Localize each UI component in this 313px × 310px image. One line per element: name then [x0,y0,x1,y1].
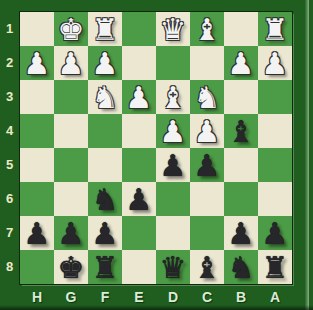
square-f8[interactable]: ♜ [88,250,122,284]
square-d3[interactable]: ♝ [156,80,190,114]
square-c5[interactable]: ♟ [190,148,224,182]
white-rook-a1[interactable]: ♜ [262,13,289,47]
square-g6[interactable] [54,182,88,216]
square-d6[interactable] [156,182,190,216]
square-a6[interactable] [258,182,292,216]
white-king-g1[interactable]: ♚ [58,13,85,47]
square-h8[interactable] [20,250,54,284]
white-pawn-d4[interactable]: ♟ [160,115,187,149]
square-d8[interactable]: ♛ [156,250,190,284]
chess-board: ♚♜♛♝♜♟♟♟♟♟♞♟♝♞♟♟♝♟♟♞♟♟♟♟♟♟♚♜♛♝♞♜ [20,12,292,284]
white-rook-f1[interactable]: ♜ [92,13,119,47]
black-pawn-a7[interactable]: ♟ [262,217,289,251]
square-a4[interactable] [258,114,292,148]
black-pawn-h7[interactable]: ♟ [24,217,51,251]
square-f6[interactable]: ♞ [88,182,122,216]
white-pawn-e3[interactable]: ♟ [126,81,153,115]
frame-right-highlight [305,0,309,310]
white-bishop-c1[interactable]: ♝ [194,13,221,47]
square-d4[interactable]: ♟ [156,114,190,148]
rank-label-6: 6 [0,182,19,216]
square-b8[interactable]: ♞ [224,250,258,284]
square-f3[interactable]: ♞ [88,80,122,114]
rank-label-5: 5 [0,148,19,182]
square-g5[interactable] [54,148,88,182]
rank-label-4: 4 [0,114,19,148]
black-queen-d8[interactable]: ♛ [160,251,187,285]
square-c8[interactable]: ♝ [190,250,224,284]
square-h3[interactable] [20,80,54,114]
square-f5[interactable] [88,148,122,182]
white-pawn-b2[interactable]: ♟ [228,47,255,81]
square-a7[interactable]: ♟ [258,216,292,250]
square-f2[interactable]: ♟ [88,46,122,80]
square-f1[interactable]: ♜ [88,12,122,46]
square-c1[interactable]: ♝ [190,12,224,46]
black-pawn-c5[interactable]: ♟ [194,149,221,183]
file-label-g: G [54,287,88,307]
file-label-e: E [122,287,156,307]
square-e8[interactable] [122,250,156,284]
square-b1[interactable] [224,12,258,46]
rank-label-2: 2 [0,46,19,80]
square-h4[interactable] [20,114,54,148]
square-e1[interactable] [122,12,156,46]
square-g1[interactable]: ♚ [54,12,88,46]
square-b6[interactable] [224,182,258,216]
black-pawn-f7[interactable]: ♟ [92,217,119,251]
square-b2[interactable]: ♟ [224,46,258,80]
square-c2[interactable] [190,46,224,80]
square-b3[interactable] [224,80,258,114]
black-pawn-d5[interactable]: ♟ [160,149,187,183]
square-a1[interactable]: ♜ [258,12,292,46]
square-e5[interactable] [122,148,156,182]
square-b7[interactable]: ♟ [224,216,258,250]
white-queen-d1[interactable]: ♛ [160,13,187,47]
white-pawn-c4[interactable]: ♟ [194,115,221,149]
square-a2[interactable]: ♟ [258,46,292,80]
square-c6[interactable] [190,182,224,216]
file-label-b: B [224,287,258,307]
rank-label-1: 1 [0,12,19,46]
square-e7[interactable] [122,216,156,250]
square-b5[interactable] [224,148,258,182]
square-g4[interactable] [54,114,88,148]
white-pawn-f2[interactable]: ♟ [92,47,119,81]
square-h2[interactable]: ♟ [20,46,54,80]
rank-labels: 12345678 [0,12,20,284]
file-label-c: C [190,287,224,307]
square-g8[interactable]: ♚ [54,250,88,284]
black-pawn-e6[interactable]: ♟ [126,183,153,217]
black-rook-f8[interactable]: ♜ [92,251,119,285]
square-a3[interactable] [258,80,292,114]
square-f7[interactable]: ♟ [88,216,122,250]
square-e4[interactable] [122,114,156,148]
square-f4[interactable] [88,114,122,148]
square-a8[interactable]: ♜ [258,250,292,284]
square-c7[interactable] [190,216,224,250]
file-label-f: F [88,287,122,307]
chess-board-frame: ♚♜♛♝♜♟♟♟♟♟♞♟♝♞♟♟♝♟♟♞♟♟♟♟♟♟♚♜♛♝♞♜ 1234567… [0,0,313,310]
square-h1[interactable] [20,12,54,46]
white-pawn-h2[interactable]: ♟ [24,47,51,81]
frame-bottom-edge [0,305,313,310]
rank-label-3: 3 [0,80,19,114]
square-c3[interactable]: ♞ [190,80,224,114]
black-rook-a8[interactable]: ♜ [262,251,289,285]
square-b4[interactable]: ♝ [224,114,258,148]
square-h5[interactable] [20,148,54,182]
square-h6[interactable] [20,182,54,216]
square-g3[interactable] [54,80,88,114]
white-bishop-d3[interactable]: ♝ [160,81,187,115]
file-label-h: H [20,287,54,307]
square-h7[interactable]: ♟ [20,216,54,250]
white-pawn-g2[interactable]: ♟ [58,47,85,81]
file-label-d: D [156,287,190,307]
white-pawn-a2[interactable]: ♟ [262,47,289,81]
square-d5[interactable]: ♟ [156,148,190,182]
square-e3[interactable]: ♟ [122,80,156,114]
square-c4[interactable]: ♟ [190,114,224,148]
black-king-g8[interactable]: ♚ [58,251,85,285]
white-knight-c3[interactable]: ♞ [194,81,221,115]
square-e2[interactable] [122,46,156,80]
black-knight-b8[interactable]: ♞ [228,251,255,285]
square-d2[interactable] [156,46,190,80]
square-a5[interactable] [258,148,292,182]
square-d1[interactable]: ♛ [156,12,190,46]
file-label-a: A [258,287,292,307]
black-bishop-b4[interactable]: ♝ [228,115,255,149]
square-g7[interactable]: ♟ [54,216,88,250]
square-g2[interactable]: ♟ [54,46,88,80]
square-d7[interactable] [156,216,190,250]
black-bishop-c8[interactable]: ♝ [194,251,221,285]
black-knight-f6[interactable]: ♞ [92,183,119,217]
rank-label-8: 8 [0,250,19,284]
white-knight-f3[interactable]: ♞ [92,81,119,115]
rank-label-7: 7 [0,216,19,250]
square-e6[interactable]: ♟ [122,182,156,216]
black-pawn-b7[interactable]: ♟ [228,217,255,251]
black-pawn-g7[interactable]: ♟ [58,217,85,251]
